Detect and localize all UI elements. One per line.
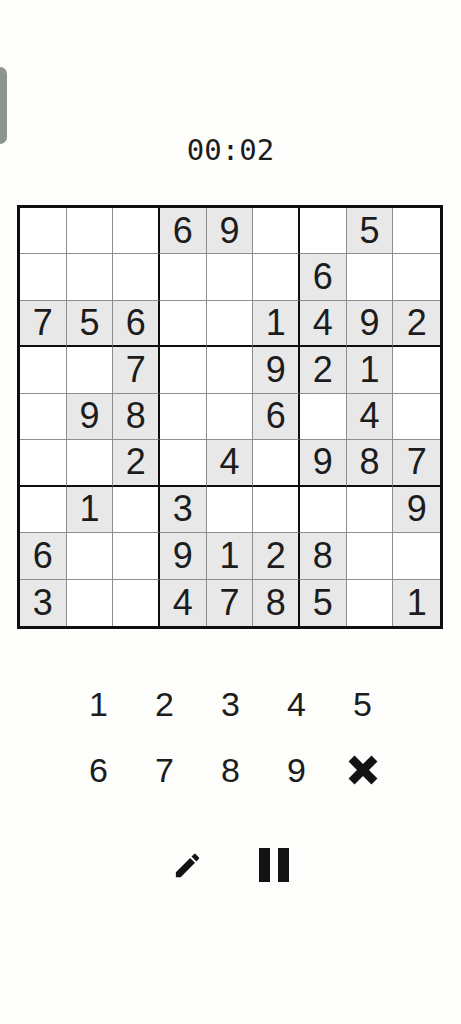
sudoku-cell[interactable]	[113, 580, 160, 626]
sudoku-cell[interactable]: 7	[393, 440, 440, 486]
sudoku-cell[interactable]: 6	[113, 301, 160, 347]
sudoku-cell[interactable]	[393, 347, 440, 393]
game-timer: 00:02	[0, 134, 461, 166]
sudoku-cell[interactable]: 7	[20, 301, 67, 347]
sudoku-cell[interactable]: 5	[67, 301, 114, 347]
sudoku-cell[interactable]	[113, 533, 160, 579]
sudoku-cell[interactable]	[393, 394, 440, 440]
sudoku-cell[interactable]: 6	[20, 533, 67, 579]
sudoku-cell[interactable]	[160, 347, 207, 393]
sudoku-cell[interactable]	[300, 394, 347, 440]
delete-button[interactable]	[339, 746, 387, 794]
numpad-5-button[interactable]: 5	[339, 680, 387, 728]
sudoku-cell[interactable]	[160, 301, 207, 347]
numpad-4-button[interactable]: 4	[273, 680, 321, 728]
sudoku-app-screen: 00:02 6956756149279219864249871396912834…	[0, 0, 461, 1024]
numpad-3-button[interactable]: 3	[207, 680, 255, 728]
sudoku-cell[interactable]: 3	[20, 580, 67, 626]
sudoku-cell[interactable]	[253, 487, 300, 533]
sudoku-cell[interactable]: 5	[300, 580, 347, 626]
sudoku-cell[interactable]	[160, 254, 207, 300]
sudoku-cell[interactable]: 9	[67, 394, 114, 440]
sudoku-cell[interactable]	[20, 254, 67, 300]
sudoku-cell[interactable]: 1	[393, 580, 440, 626]
sudoku-cell[interactable]: 7	[207, 580, 254, 626]
sudoku-cell[interactable]	[347, 580, 394, 626]
pencil-icon	[172, 850, 203, 881]
sudoku-cell[interactable]: 2	[393, 301, 440, 347]
sudoku-cell[interactable]	[207, 254, 254, 300]
sudoku-cell[interactable]: 8	[347, 440, 394, 486]
number-pad-row-2: 6789	[0, 746, 461, 794]
numpad-7-button[interactable]: 7	[141, 746, 189, 794]
numpad-6-button[interactable]: 6	[75, 746, 123, 794]
sudoku-cell[interactable]: 9	[207, 208, 254, 254]
sudoku-cell[interactable]	[160, 440, 207, 486]
sudoku-cell[interactable]	[67, 580, 114, 626]
sudoku-cell[interactable]: 9	[160, 533, 207, 579]
sudoku-cell[interactable]	[347, 533, 394, 579]
sudoku-cell[interactable]: 8	[300, 533, 347, 579]
sudoku-cell[interactable]	[113, 208, 160, 254]
sudoku-cell[interactable]: 9	[253, 347, 300, 393]
sudoku-cell[interactable]	[67, 533, 114, 579]
sudoku-cell[interactable]: 5	[347, 208, 394, 254]
sudoku-cell[interactable]: 4	[207, 440, 254, 486]
sudoku-cell[interactable]	[207, 394, 254, 440]
sudoku-cell[interactable]: 1	[347, 347, 394, 393]
numpad-8-button[interactable]: 8	[207, 746, 255, 794]
sudoku-cell[interactable]	[393, 208, 440, 254]
side-drawer-handle[interactable]	[0, 67, 7, 144]
numpad-9-button[interactable]: 9	[273, 746, 321, 794]
heavy-x-icon	[347, 754, 379, 786]
sudoku-cell[interactable]: 4	[347, 394, 394, 440]
sudoku-cell[interactable]	[20, 487, 67, 533]
pause-icon	[259, 848, 289, 882]
sudoku-cell[interactable]: 2	[253, 533, 300, 579]
sudoku-cell[interactable]: 9	[393, 487, 440, 533]
sudoku-cell[interactable]	[393, 533, 440, 579]
sudoku-cell[interactable]	[300, 487, 347, 533]
pencil-mode-button[interactable]	[168, 841, 208, 889]
sudoku-cell[interactable]: 1	[67, 487, 114, 533]
sudoku-cell[interactable]: 1	[207, 533, 254, 579]
sudoku-cell[interactable]	[113, 254, 160, 300]
sudoku-cell[interactable]: 7	[113, 347, 160, 393]
sudoku-cell[interactable]: 8	[253, 580, 300, 626]
sudoku-cell[interactable]	[67, 254, 114, 300]
pause-button[interactable]	[254, 841, 294, 889]
sudoku-cell[interactable]	[20, 394, 67, 440]
sudoku-cell[interactable]	[67, 347, 114, 393]
sudoku-cell[interactable]	[253, 254, 300, 300]
bottom-controls	[0, 841, 461, 889]
sudoku-cell[interactable]: 4	[300, 301, 347, 347]
sudoku-cell[interactable]	[300, 208, 347, 254]
sudoku-cell[interactable]	[113, 487, 160, 533]
sudoku-cell[interactable]	[207, 301, 254, 347]
numpad-2-button[interactable]: 2	[141, 680, 189, 728]
sudoku-cell[interactable]: 2	[113, 440, 160, 486]
sudoku-cell[interactable]: 4	[160, 580, 207, 626]
sudoku-cell[interactable]: 6	[300, 254, 347, 300]
sudoku-cell[interactable]	[347, 254, 394, 300]
sudoku-cell[interactable]	[207, 347, 254, 393]
sudoku-cell[interactable]	[207, 487, 254, 533]
sudoku-cell[interactable]	[160, 394, 207, 440]
sudoku-cell[interactable]	[67, 208, 114, 254]
sudoku-cell[interactable]	[393, 254, 440, 300]
sudoku-cell[interactable]: 8	[113, 394, 160, 440]
sudoku-cell[interactable]	[347, 487, 394, 533]
sudoku-cell[interactable]: 9	[300, 440, 347, 486]
numpad-1-button[interactable]: 1	[75, 680, 123, 728]
sudoku-cell[interactable]: 1	[253, 301, 300, 347]
sudoku-cell[interactable]: 2	[300, 347, 347, 393]
sudoku-cell[interactable]	[20, 440, 67, 486]
sudoku-cell[interactable]	[67, 440, 114, 486]
sudoku-cell[interactable]: 6	[253, 394, 300, 440]
sudoku-cell[interactable]: 6	[160, 208, 207, 254]
number-pad-row-1: 12345	[0, 680, 461, 728]
sudoku-cell[interactable]	[253, 440, 300, 486]
sudoku-cell[interactable]	[20, 347, 67, 393]
sudoku-board: 69567561492792198642498713969128347851	[17, 205, 443, 629]
sudoku-cell[interactable]	[253, 208, 300, 254]
sudoku-cell[interactable]: 3	[160, 487, 207, 533]
sudoku-cell[interactable]: 9	[347, 301, 394, 347]
sudoku-cell[interactable]	[20, 208, 67, 254]
